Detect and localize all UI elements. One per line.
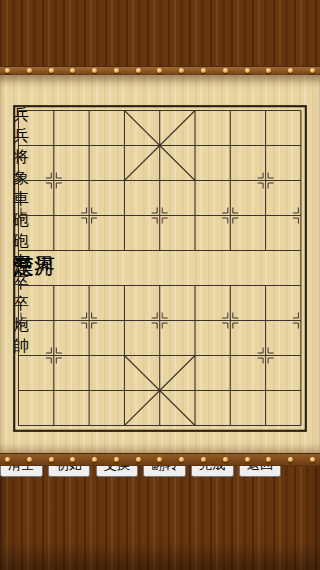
rivet [70,457,75,462]
rivet [266,68,271,73]
rivet [245,68,250,73]
rivet [201,457,206,462]
bottom-wood-panel: 清空 初始 交换 翻转 完成 返回 [0,453,320,570]
top-wood-panel [0,0,320,75]
board-background: 楚河 漢界 兵兵将象車砲砲車卒卒炮帥 [0,75,320,453]
rivet [157,68,162,73]
wood-vignette [0,0,320,75]
rivet [27,68,32,73]
board-grid-lines [13,105,307,432]
rivet [223,457,228,462]
rivet-strip-bottom [0,453,320,466]
rivet [114,457,119,462]
rivet [310,457,315,462]
rivet [179,457,184,462]
rivet [157,457,162,462]
rivet [5,68,10,73]
rivet [27,457,32,462]
rivet [5,457,10,462]
rivet [245,457,250,462]
app-screen: 楚河 漢界 兵兵将象車砲砲車卒卒炮帥 清空 初始 交换 翻转 完成 返回 [0,0,320,570]
rivet [179,68,184,73]
rivet [136,68,141,73]
rivet [201,68,206,73]
rivet [288,68,293,73]
river-label-right: 漢界 [13,255,55,277]
rivet [70,68,75,73]
rivet [310,68,315,73]
rivet-strip-top [0,66,320,75]
rivet [136,457,141,462]
rivet [92,457,97,462]
rivet [266,457,271,462]
rivet [288,457,293,462]
rivet [114,68,119,73]
rivet [223,68,228,73]
rivet [49,457,54,462]
rivet [49,68,54,73]
xiangqi-board[interactable]: 楚河 漢界 兵兵将象車砲砲車卒卒炮帥 [13,105,307,432]
rivet [92,68,97,73]
